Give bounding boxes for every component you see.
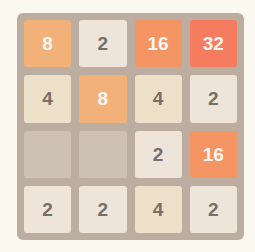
tile-2-r4c2: 2	[79, 186, 126, 233]
tile-2-r4c4: 2	[190, 186, 237, 233]
tile-8-r1c1: 8	[24, 20, 71, 67]
game-board-2048[interactable]: 82163248422162242	[17, 13, 244, 240]
empty-cell-r3c2	[79, 131, 126, 178]
empty-cell-r3c1	[24, 131, 71, 178]
tile-2-r1c2: 2	[79, 20, 126, 67]
tile-4-r2c1: 4	[24, 75, 71, 122]
tile-2-r4c1: 2	[24, 186, 71, 233]
tile-2-r3c3: 2	[135, 131, 182, 178]
tile-32-r1c4: 32	[190, 20, 237, 67]
tile-2-r2c4: 2	[190, 75, 237, 122]
tile-4-r4c3: 4	[135, 186, 182, 233]
tile-8-r2c2: 8	[79, 75, 126, 122]
tile-16-r3c4: 16	[190, 131, 237, 178]
tile-4-r2c3: 4	[135, 75, 182, 122]
tile-16-r1c3: 16	[135, 20, 182, 67]
